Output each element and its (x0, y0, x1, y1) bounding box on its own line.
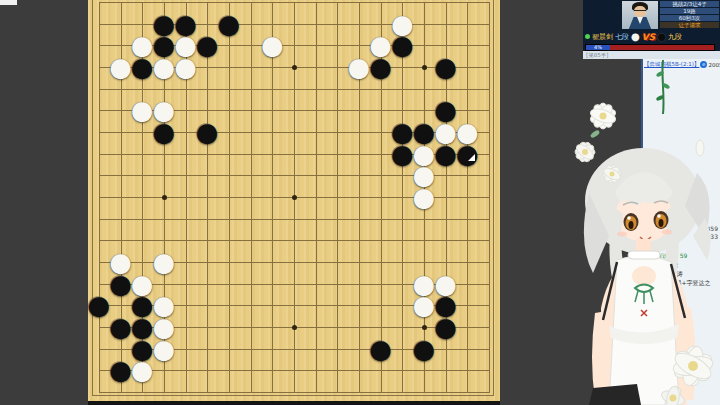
black-stone: ● (435, 57, 457, 79)
white-stone: ● (110, 57, 132, 79)
black-stone: ● (110, 360, 132, 382)
black-stone-icon: ● (657, 32, 666, 42)
left-player-name: 翟晨剑 (592, 32, 613, 42)
game-record-link[interactable]: 【弈城围棋5B-(2:1)】 (644, 61, 699, 68)
white-stone-icon: ● (631, 32, 640, 42)
win-rate-bar: 4% (585, 44, 715, 51)
white-stone: ● (131, 100, 153, 122)
white-stone: ● (153, 100, 175, 122)
white-stone: ● (413, 295, 435, 317)
match-info-line: 19路 (660, 8, 719, 14)
match-info-line: 挑战2/3让4子 (660, 1, 719, 7)
keyhole-cutout (632, 266, 656, 286)
left-player-rank: 七段 (615, 32, 629, 42)
white-stone: ● (261, 35, 283, 57)
white-stone: ● (435, 274, 457, 296)
white-stone: ● (370, 35, 392, 57)
white-stone: ● (131, 360, 153, 382)
corner-sliver (0, 0, 17, 5)
white-stone: ● (131, 35, 153, 57)
black-stone: ● (435, 317, 457, 339)
match-info-line: 60秒3次 (660, 15, 719, 21)
vs-logo: VS (642, 32, 655, 42)
white-stone: ● (153, 339, 175, 361)
white-stone: ● (175, 57, 197, 79)
black-stone: ● (196, 122, 218, 144)
players-bar: 翟晨剑 七段 ● VS ● 九段 (585, 30, 720, 43)
right-eye (654, 211, 669, 229)
black-stone: ● (370, 339, 392, 361)
black-stone: ● (413, 339, 435, 361)
photo-glasses (634, 10, 646, 14)
vtuber-avatar (565, 88, 720, 405)
white-stone: ● (131, 274, 153, 296)
white-stone: ● (391, 14, 413, 36)
app-window: { "game": "go", "board": { "size": 19, "… (0, 0, 720, 405)
black-stone: ● (218, 14, 240, 36)
black-stone: ● (196, 35, 218, 57)
stones-layer: ●●●●●●●●●●●●●●●●●●●●●●●●●●●●●●●●●●●●●●●●… (88, 0, 500, 404)
white-stone: ● (348, 57, 370, 79)
white-stone: ● (153, 57, 175, 79)
left-eye (624, 213, 639, 231)
white-stone: ● (456, 122, 478, 144)
white-stone: ● (110, 252, 132, 274)
white-stone: ● (413, 187, 435, 209)
match-info-rows: 挑战2/3让4子 19路 60秒3次 让子请求 (660, 1, 719, 29)
online-status-dot (585, 34, 590, 39)
win-rate-blue-segment: 4% (586, 45, 610, 50)
last-move-marker (468, 154, 475, 161)
player-photo (622, 1, 658, 29)
collar (628, 251, 660, 259)
black-stone: ● (391, 144, 413, 166)
white-stone: ● (435, 122, 457, 144)
black-stone: ● (110, 317, 132, 339)
engine-icon: e (700, 61, 707, 68)
engine-eval-text: 2005.2B | +5.0 (708, 62, 720, 68)
match-info-highlight: 让子请求 (660, 22, 719, 28)
right-player-rank: 九段 (668, 32, 682, 42)
black-stone: ● (88, 295, 110, 317)
board-bottom-edge (88, 401, 500, 405)
move-number-label: [第85手] (583, 51, 720, 59)
black-stone: ● (370, 57, 392, 79)
black-stone: ● (131, 57, 153, 79)
black-stone: ● (153, 122, 175, 144)
go-board[interactable]: ●●●●●●●●●●●●●●●●●●●●●●●●●●●●●●●●●●●●●●●●… (88, 0, 500, 401)
white-stone: ● (153, 252, 175, 274)
